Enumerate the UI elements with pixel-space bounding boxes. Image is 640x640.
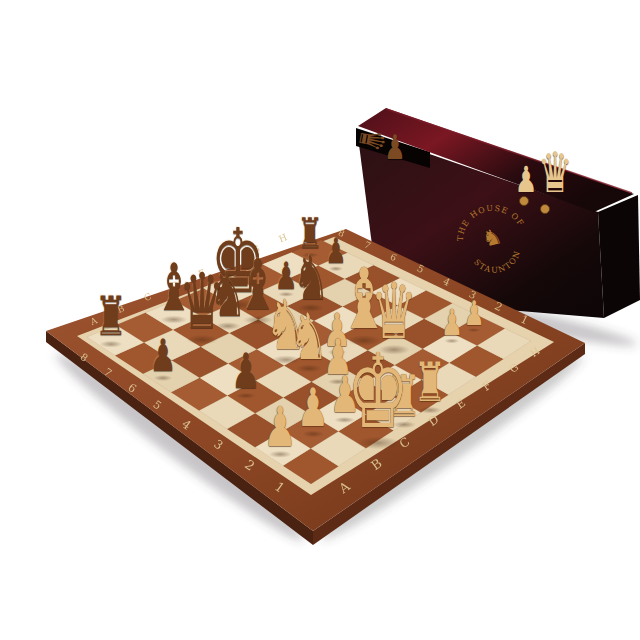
box-top-piece-black-pawn[interactable]: ♟ bbox=[384, 130, 405, 164]
piece-white-pawn-h2[interactable]: ♟ bbox=[464, 296, 485, 330]
piece-white-pawn-g2[interactable]: ♟ bbox=[441, 305, 463, 341]
piece-white-king-c1[interactable]: ♚ bbox=[347, 340, 410, 443]
piece-black-pawn-a6[interactable]: ♟ bbox=[149, 333, 176, 378]
piece-black-pawn-b4[interactable]: ♟ bbox=[231, 347, 261, 396]
piece-black-rook-a8[interactable]: ♜ bbox=[95, 290, 128, 344]
box-top-piece-white-queen[interactable]: ♛ bbox=[537, 145, 572, 201]
piece-black-queen-c7[interactable]: ♛ bbox=[179, 263, 226, 340]
piece-white-pawn-b2[interactable]: ♟ bbox=[297, 381, 329, 434]
box-hinge-1 bbox=[541, 205, 550, 214]
box-top-piece-white-pawn[interactable]: ♟ bbox=[515, 162, 538, 198]
piece-white-pawn-a2[interactable]: ♟ bbox=[263, 400, 297, 455]
coord-label-H: H bbox=[277, 232, 288, 244]
box-right-face bbox=[598, 195, 640, 318]
product-photo-stage: THE HOUSE OFSTAUNTON♞ 12345678ABCDEFGHAB… bbox=[0, 0, 640, 640]
